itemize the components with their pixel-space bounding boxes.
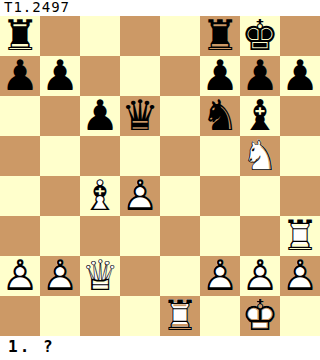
- piece-outline: ♙: [280, 256, 320, 296]
- piece-outline: ♔: [240, 296, 280, 336]
- black-king[interactable]: ♚: [240, 16, 280, 56]
- black-queen[interactable]: ♛: [120, 96, 160, 136]
- black-rook[interactable]: ♜: [200, 16, 240, 56]
- square-c7[interactable]: [80, 56, 120, 96]
- piece-outline: ♗: [80, 176, 120, 216]
- square-b2[interactable]: ♟♙: [40, 256, 80, 296]
- square-e3[interactable]: [160, 216, 200, 256]
- black-pawn[interactable]: ♟: [200, 56, 240, 96]
- square-c8[interactable]: [80, 16, 120, 56]
- square-e6[interactable]: [160, 96, 200, 136]
- piece-body: ♜: [200, 16, 240, 56]
- square-a2[interactable]: ♟♙: [0, 256, 40, 296]
- square-b8[interactable]: [40, 16, 80, 56]
- white-pawn[interactable]: ♟♙: [280, 256, 320, 296]
- white-knight[interactable]: ♞♘: [240, 136, 280, 176]
- piece-outline: ♙: [200, 256, 240, 296]
- square-c1[interactable]: [80, 296, 120, 336]
- piece-outline: ♙: [240, 256, 280, 296]
- square-h2[interactable]: ♟♙: [280, 256, 320, 296]
- black-pawn[interactable]: ♟: [80, 96, 120, 136]
- square-a1[interactable]: [0, 296, 40, 336]
- square-h3[interactable]: ♜♖: [280, 216, 320, 256]
- square-h7[interactable]: ♟: [280, 56, 320, 96]
- square-g4[interactable]: [240, 176, 280, 216]
- square-f8[interactable]: ♜: [200, 16, 240, 56]
- square-e2[interactable]: [160, 256, 200, 296]
- piece-body: ♟: [80, 96, 120, 136]
- square-b7[interactable]: ♟: [40, 56, 80, 96]
- white-rook[interactable]: ♜♖: [160, 296, 200, 336]
- square-e7[interactable]: [160, 56, 200, 96]
- square-c2[interactable]: ♛♕: [80, 256, 120, 296]
- square-g6[interactable]: ♝: [240, 96, 280, 136]
- square-d1[interactable]: [120, 296, 160, 336]
- square-a4[interactable]: [0, 176, 40, 216]
- white-bishop[interactable]: ♝♗: [80, 176, 120, 216]
- piece-outline: ♖: [160, 296, 200, 336]
- piece-body: ♚: [240, 16, 280, 56]
- piece-outline: ♙: [40, 256, 80, 296]
- square-f6[interactable]: ♞: [200, 96, 240, 136]
- black-pawn[interactable]: ♟: [240, 56, 280, 96]
- square-g3[interactable]: [240, 216, 280, 256]
- white-pawn[interactable]: ♟♙: [120, 176, 160, 216]
- square-d6[interactable]: ♛: [120, 96, 160, 136]
- square-h8[interactable]: [280, 16, 320, 56]
- white-king[interactable]: ♚♔: [240, 296, 280, 336]
- square-h4[interactable]: [280, 176, 320, 216]
- piece-body: ♟: [200, 56, 240, 96]
- square-e5[interactable]: [160, 136, 200, 176]
- square-b6[interactable]: [40, 96, 80, 136]
- piece-outline: ♕: [80, 256, 120, 296]
- black-knight[interactable]: ♞: [200, 96, 240, 136]
- white-pawn[interactable]: ♟♙: [200, 256, 240, 296]
- square-d3[interactable]: [120, 216, 160, 256]
- square-e4[interactable]: [160, 176, 200, 216]
- square-g5[interactable]: ♞♘: [240, 136, 280, 176]
- square-e8[interactable]: [160, 16, 200, 56]
- square-d8[interactable]: [120, 16, 160, 56]
- square-b1[interactable]: [40, 296, 80, 336]
- square-a8[interactable]: ♜: [0, 16, 40, 56]
- piece-body: ♟: [240, 56, 280, 96]
- square-a3[interactable]: [0, 216, 40, 256]
- black-rook[interactable]: ♜: [0, 16, 40, 56]
- square-f5[interactable]: [200, 136, 240, 176]
- square-a7[interactable]: ♟: [0, 56, 40, 96]
- black-pawn[interactable]: ♟: [40, 56, 80, 96]
- piece-body: ♟: [40, 56, 80, 96]
- white-pawn[interactable]: ♟♙: [0, 256, 40, 296]
- white-rook[interactable]: ♜♖: [280, 216, 320, 256]
- square-g8[interactable]: ♚: [240, 16, 280, 56]
- square-c4[interactable]: ♝♗: [80, 176, 120, 216]
- piece-outline: ♖: [280, 216, 320, 256]
- square-g2[interactable]: ♟♙: [240, 256, 280, 296]
- white-queen[interactable]: ♛♕: [80, 256, 120, 296]
- square-f2[interactable]: ♟♙: [200, 256, 240, 296]
- white-pawn[interactable]: ♟♙: [240, 256, 280, 296]
- square-a5[interactable]: [0, 136, 40, 176]
- piece-body: ♟: [0, 56, 40, 96]
- square-d7[interactable]: [120, 56, 160, 96]
- square-f7[interactable]: ♟: [200, 56, 240, 96]
- piece-outline: ♙: [120, 176, 160, 216]
- piece-outline: ♘: [240, 136, 280, 176]
- square-h1[interactable]: [280, 296, 320, 336]
- square-h6[interactable]: [280, 96, 320, 136]
- square-f1[interactable]: [200, 296, 240, 336]
- black-bishop[interactable]: ♝: [240, 96, 280, 136]
- square-c5[interactable]: [80, 136, 120, 176]
- black-pawn[interactable]: ♟: [0, 56, 40, 96]
- square-c3[interactable]: [80, 216, 120, 256]
- piece-body: ♜: [0, 16, 40, 56]
- piece-outline: ♙: [0, 256, 40, 296]
- square-d4[interactable]: ♟♙: [120, 176, 160, 216]
- piece-body: ♞: [200, 96, 240, 136]
- square-h5[interactable]: [280, 136, 320, 176]
- white-pawn[interactable]: ♟♙: [40, 256, 80, 296]
- square-f3[interactable]: [200, 216, 240, 256]
- black-pawn[interactable]: ♟: [280, 56, 320, 96]
- piece-body: ♟: [280, 56, 320, 96]
- square-e1[interactable]: ♜♖: [160, 296, 200, 336]
- square-f4[interactable]: [200, 176, 240, 216]
- square-g1[interactable]: ♚♔: [240, 296, 280, 336]
- square-d2[interactable]: [120, 256, 160, 296]
- square-c6[interactable]: ♟: [80, 96, 120, 136]
- square-b5[interactable]: [40, 136, 80, 176]
- square-b3[interactable]: [40, 216, 80, 256]
- square-g7[interactable]: ♟: [240, 56, 280, 96]
- chess-board: ♜♜♚♟♟♟♟♟♟♛♞♝♞♘♝♗♟♙♜♖♟♙♟♙♛♕♟♙♟♙♟♙♜♖♚♔: [0, 16, 320, 336]
- piece-body: ♝: [240, 96, 280, 136]
- square-a6[interactable]: [0, 96, 40, 136]
- square-b4[interactable]: [40, 176, 80, 216]
- square-d5[interactable]: [120, 136, 160, 176]
- piece-body: ♛: [120, 96, 160, 136]
